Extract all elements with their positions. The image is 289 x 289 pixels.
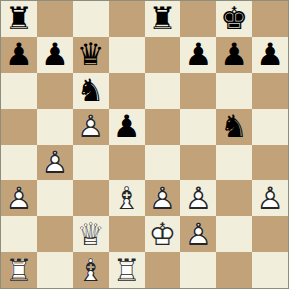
black-rook-piece[interactable]: ♜: [1, 1, 37, 37]
square-a4[interactable]: [1, 145, 37, 181]
square-b1[interactable]: [37, 252, 73, 288]
square-f5[interactable]: [180, 109, 216, 145]
square-c4[interactable]: [73, 145, 109, 181]
square-g7[interactable]: ♟: [216, 37, 252, 73]
black-rook-piece[interactable]: ♜: [145, 1, 181, 37]
square-h1[interactable]: [252, 252, 288, 288]
white-bishop-piece[interactable]: ♗: [73, 252, 109, 288]
white-rook-piece-fill: ♜: [1, 252, 37, 288]
white-pawn-piece-fill: ♟: [180, 216, 216, 252]
square-b7[interactable]: ♟: [37, 37, 73, 73]
black-queen-piece[interactable]: ♛: [73, 37, 109, 73]
white-pawn-piece-fill: ♟: [180, 180, 216, 216]
square-g2[interactable]: [216, 216, 252, 252]
square-g1[interactable]: [216, 252, 252, 288]
black-knight-piece[interactable]: ♞: [216, 109, 252, 145]
square-g8[interactable]: ♚: [216, 1, 252, 37]
square-g4[interactable]: [216, 145, 252, 181]
square-f2[interactable]: ♟♙: [180, 216, 216, 252]
square-f8[interactable]: [180, 1, 216, 37]
black-pawn-piece[interactable]: ♟: [37, 37, 73, 73]
black-pawn-piece[interactable]: ♟: [180, 37, 216, 73]
square-e2[interactable]: ♚♔: [145, 216, 181, 252]
white-pawn-piece[interactable]: ♙: [252, 180, 288, 216]
white-king-piece[interactable]: ♔: [145, 216, 181, 252]
white-pawn-piece-fill: ♟: [37, 145, 73, 181]
square-a3[interactable]: ♟♙: [1, 180, 37, 216]
square-c6[interactable]: ♞: [73, 73, 109, 109]
square-b4[interactable]: ♟♙: [37, 145, 73, 181]
square-d2[interactable]: [109, 216, 145, 252]
white-pawn-piece-fill: ♟: [145, 180, 181, 216]
white-queen-piece[interactable]: ♕: [73, 216, 109, 252]
square-e3[interactable]: ♟♙: [145, 180, 181, 216]
square-e6[interactable]: [145, 73, 181, 109]
square-d8[interactable]: [109, 1, 145, 37]
square-h4[interactable]: [252, 145, 288, 181]
square-d7[interactable]: [109, 37, 145, 73]
square-f1[interactable]: [180, 252, 216, 288]
square-b5[interactable]: [37, 109, 73, 145]
square-c2[interactable]: ♛♕: [73, 216, 109, 252]
square-a5[interactable]: [1, 109, 37, 145]
square-a7[interactable]: ♟: [1, 37, 37, 73]
square-c3[interactable]: [73, 180, 109, 216]
square-h7[interactable]: ♟: [252, 37, 288, 73]
white-pawn-piece[interactable]: ♙: [37, 145, 73, 181]
white-pawn-piece[interactable]: ♙: [1, 180, 37, 216]
square-c5[interactable]: ♟♙: [73, 109, 109, 145]
square-g5[interactable]: ♞: [216, 109, 252, 145]
white-rook-piece[interactable]: ♖: [109, 252, 145, 288]
square-e7[interactable]: [145, 37, 181, 73]
square-c8[interactable]: [73, 1, 109, 37]
white-pawn-piece-fill: ♟: [1, 180, 37, 216]
square-f3[interactable]: ♟♙: [180, 180, 216, 216]
square-f4[interactable]: [180, 145, 216, 181]
square-f7[interactable]: ♟: [180, 37, 216, 73]
square-e4[interactable]: [145, 145, 181, 181]
square-d1[interactable]: ♜♖: [109, 252, 145, 288]
black-pawn-piece[interactable]: ♟: [252, 37, 288, 73]
square-d6[interactable]: [109, 73, 145, 109]
white-bishop-piece-fill: ♝: [73, 252, 109, 288]
square-d4[interactable]: [109, 145, 145, 181]
square-h5[interactable]: [252, 109, 288, 145]
square-d5[interactable]: ♟: [109, 109, 145, 145]
square-g6[interactable]: [216, 73, 252, 109]
white-king-piece-fill: ♚: [145, 216, 181, 252]
white-pawn-piece[interactable]: ♙: [180, 180, 216, 216]
white-rook-piece[interactable]: ♖: [1, 252, 37, 288]
square-a6[interactable]: [1, 73, 37, 109]
white-pawn-piece[interactable]: ♙: [145, 180, 181, 216]
square-e1[interactable]: [145, 252, 181, 288]
square-f6[interactable]: [180, 73, 216, 109]
black-pawn-piece[interactable]: ♟: [216, 37, 252, 73]
square-h3[interactable]: ♟♙: [252, 180, 288, 216]
white-rook-piece-fill: ♜: [109, 252, 145, 288]
square-h2[interactable]: [252, 216, 288, 252]
square-b2[interactable]: [37, 216, 73, 252]
black-knight-piece[interactable]: ♞: [73, 73, 109, 109]
white-queen-piece-fill: ♛: [73, 216, 109, 252]
square-b8[interactable]: [37, 1, 73, 37]
square-b6[interactable]: [37, 73, 73, 109]
white-pawn-piece[interactable]: ♙: [73, 109, 109, 145]
square-h6[interactable]: [252, 73, 288, 109]
white-bishop-piece[interactable]: ♗: [109, 180, 145, 216]
square-a8[interactable]: ♜: [1, 1, 37, 37]
white-bishop-piece-fill: ♝: [109, 180, 145, 216]
square-b3[interactable]: [37, 180, 73, 216]
square-e8[interactable]: ♜: [145, 1, 181, 37]
white-pawn-piece-fill: ♟: [252, 180, 288, 216]
chess-board-wrapper: ♜♜♚♟♟♛♟♟♟♞♟♙♟♞♟♙♟♙♝♗♟♙♟♙♟♙♛♕♚♔♟♙♜♖♝♗♜♖: [0, 0, 289, 289]
black-pawn-piece[interactable]: ♟: [1, 37, 37, 73]
square-c1[interactable]: ♝♗: [73, 252, 109, 288]
chess-board: ♜♜♚♟♟♛♟♟♟♞♟♙♟♞♟♙♟♙♝♗♟♙♟♙♟♙♛♕♚♔♟♙♜♖♝♗♜♖: [0, 0, 289, 289]
black-king-piece[interactable]: ♚: [216, 1, 252, 37]
square-e5[interactable]: [145, 109, 181, 145]
square-c7[interactable]: ♛: [73, 37, 109, 73]
black-pawn-piece[interactable]: ♟: [109, 109, 145, 145]
square-d3[interactable]: ♝♗: [109, 180, 145, 216]
square-a2[interactable]: [1, 216, 37, 252]
square-g3[interactable]: [216, 180, 252, 216]
square-h8[interactable]: [252, 1, 288, 37]
square-a1[interactable]: ♜♖: [1, 252, 37, 288]
white-pawn-piece[interactable]: ♙: [180, 216, 216, 252]
white-pawn-piece-fill: ♟: [73, 109, 109, 145]
